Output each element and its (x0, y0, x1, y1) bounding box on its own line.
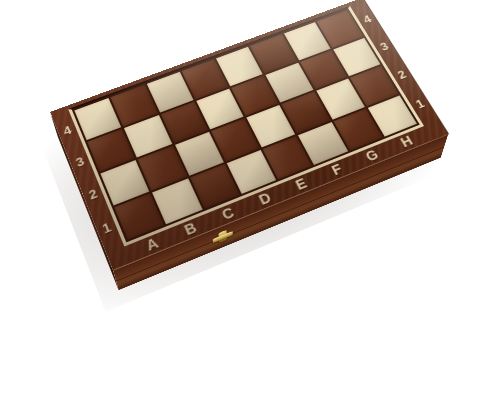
product-photo: ABCDEFGH 4321 4321 (0, 0, 500, 400)
brass-latch-front (215, 227, 232, 245)
photo-scene: ABCDEFGH 4321 4321 (0, 0, 500, 400)
folded-chess-box: ABCDEFGH 4321 4321 (58, 25, 441, 291)
